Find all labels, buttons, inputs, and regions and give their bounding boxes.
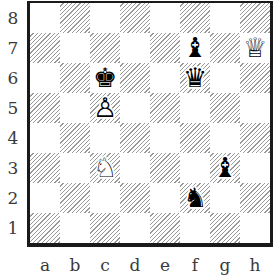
square-f4[interactable] [180,123,210,153]
square-a6[interactable] [30,63,60,93]
square-e3[interactable] [150,153,180,183]
black-bishop-glyph: ♝ [180,33,210,63]
square-a4[interactable] [30,123,60,153]
file-label-d: d [120,253,150,277]
rank-label-5: 5 [3,93,23,123]
square-e6[interactable] [150,63,180,93]
square-e5[interactable] [150,93,180,123]
rank-label-6: 6 [3,63,23,93]
square-g3[interactable]: ♝♝ [210,153,240,183]
square-c5[interactable]: ♟♙ [90,93,120,123]
chess-board: ♝♝♛♕♚♚♛♛♟♙♞♘♝♝♞♞ [27,1,273,247]
white-knight-glyph: ♘ [90,153,120,183]
square-b3[interactable] [60,153,90,183]
square-h1[interactable] [240,213,270,243]
square-h7[interactable]: ♛♕ [240,33,270,63]
square-h5[interactable] [240,93,270,123]
square-c4[interactable] [90,123,120,153]
file-label-c: c [90,253,120,277]
square-a5[interactable] [30,93,60,123]
square-a3[interactable] [30,153,60,183]
square-f2[interactable]: ♞♞ [180,183,210,213]
square-d5[interactable] [120,93,150,123]
rank-label-1: 1 [3,213,23,243]
square-a1[interactable] [30,213,60,243]
square-f3[interactable] [180,153,210,183]
square-e7[interactable] [150,33,180,63]
white-queen-glyph: ♕ [240,33,270,63]
square-d8[interactable] [120,3,150,33]
file-label-e: e [150,253,180,277]
square-g6[interactable] [210,63,240,93]
black-queen-glyph: ♛ [180,63,210,93]
file-label-g: g [210,253,240,277]
white-knight[interactable]: ♞♘ [90,153,120,183]
square-b8[interactable] [60,3,90,33]
square-a2[interactable] [30,183,60,213]
rank-label-4: 4 [3,123,23,153]
white-queen[interactable]: ♛♕ [240,33,270,63]
black-queen[interactable]: ♛♛ [180,63,210,93]
black-knight-glyph: ♞ [180,183,210,213]
square-h6[interactable] [240,63,270,93]
square-d3[interactable] [120,153,150,183]
black-king[interactable]: ♚♚ [90,63,120,93]
file-label-b: b [60,253,90,277]
square-b1[interactable] [60,213,90,243]
file-label-h: h [240,253,270,277]
square-f8[interactable] [180,3,210,33]
white-pawn[interactable]: ♟♙ [90,93,120,123]
black-bishop[interactable]: ♝♝ [180,33,210,63]
square-a7[interactable] [30,33,60,63]
square-g1[interactable] [210,213,240,243]
square-h2[interactable] [240,183,270,213]
square-h3[interactable] [240,153,270,183]
file-label-f: f [180,253,210,277]
square-g7[interactable] [210,33,240,63]
chess-diagram: ♝♝♛♕♚♚♛♛♟♙♞♘♝♝♞♞ 87654321 abcdefgh [0,0,279,279]
square-b2[interactable] [60,183,90,213]
square-d1[interactable] [120,213,150,243]
black-king-glyph: ♚ [90,63,120,93]
square-d4[interactable] [120,123,150,153]
square-e8[interactable] [150,3,180,33]
square-g5[interactable] [210,93,240,123]
square-d7[interactable] [120,33,150,63]
square-c1[interactable] [90,213,120,243]
square-b4[interactable] [60,123,90,153]
square-b6[interactable] [60,63,90,93]
file-label-a: a [30,253,60,277]
square-f5[interactable] [180,93,210,123]
square-c2[interactable] [90,183,120,213]
white-pawn-glyph: ♙ [90,93,120,123]
black-bishop-glyph: ♝ [210,153,240,183]
black-knight[interactable]: ♞♞ [180,183,210,213]
square-c6[interactable]: ♚♚ [90,63,120,93]
square-c8[interactable] [90,3,120,33]
square-f1[interactable] [180,213,210,243]
square-h8[interactable] [240,3,270,33]
square-g2[interactable] [210,183,240,213]
rank-label-7: 7 [3,33,23,63]
square-b5[interactable] [60,93,90,123]
square-e4[interactable] [150,123,180,153]
square-f6[interactable]: ♛♛ [180,63,210,93]
square-g8[interactable] [210,3,240,33]
square-a8[interactable] [30,3,60,33]
square-g4[interactable] [210,123,240,153]
square-d2[interactable] [120,183,150,213]
square-e1[interactable] [150,213,180,243]
rank-label-2: 2 [3,183,23,213]
square-d6[interactable] [120,63,150,93]
rank-label-8: 8 [3,3,23,33]
square-f7[interactable]: ♝♝ [180,33,210,63]
square-b7[interactable] [60,33,90,63]
square-e2[interactable] [150,183,180,213]
rank-label-3: 3 [3,153,23,183]
square-c7[interactable] [90,33,120,63]
square-c3[interactable]: ♞♘ [90,153,120,183]
square-h4[interactable] [240,123,270,153]
black-bishop[interactable]: ♝♝ [210,153,240,183]
